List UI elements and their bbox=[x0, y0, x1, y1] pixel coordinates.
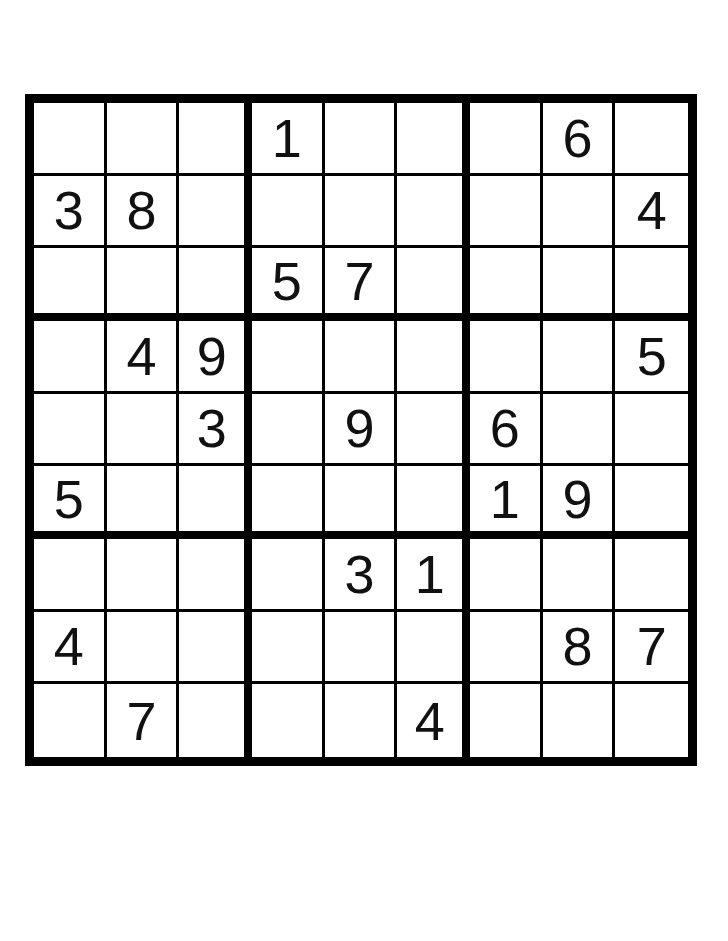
cell-r7c8[interactable] bbox=[543, 539, 616, 612]
cell-r6c2[interactable] bbox=[107, 466, 180, 539]
cell-r9c3[interactable] bbox=[179, 684, 252, 757]
page: 16384574953965193148774 bbox=[0, 0, 728, 941]
cell-r9c2[interactable]: 7 bbox=[107, 684, 180, 757]
cell-r1c7[interactable] bbox=[470, 103, 543, 176]
cell-r6c6[interactable] bbox=[397, 466, 470, 539]
cell-r7c6[interactable]: 1 bbox=[397, 539, 470, 612]
cell-r9c5[interactable] bbox=[325, 684, 398, 757]
cell-r5c2[interactable] bbox=[107, 394, 180, 467]
cell-r9c8[interactable] bbox=[543, 684, 616, 757]
cell-r3c4[interactable]: 5 bbox=[252, 248, 325, 321]
cell-r5c4[interactable] bbox=[252, 394, 325, 467]
cell-r8c5[interactable] bbox=[325, 612, 398, 685]
cell-r3c7[interactable] bbox=[470, 248, 543, 321]
cell-r1c6[interactable] bbox=[397, 103, 470, 176]
cell-r4c7[interactable] bbox=[470, 321, 543, 394]
cell-r9c4[interactable] bbox=[252, 684, 325, 757]
cell-r2c9[interactable]: 4 bbox=[615, 176, 688, 249]
cell-r6c4[interactable] bbox=[252, 466, 325, 539]
cell-r2c8[interactable] bbox=[543, 176, 616, 249]
cell-r8c2[interactable] bbox=[107, 612, 180, 685]
cell-r3c1[interactable] bbox=[34, 248, 107, 321]
cell-r2c4[interactable] bbox=[252, 176, 325, 249]
cell-r8c6[interactable] bbox=[397, 612, 470, 685]
cell-r7c9[interactable] bbox=[615, 539, 688, 612]
cell-r7c4[interactable] bbox=[252, 539, 325, 612]
cell-r8c3[interactable] bbox=[179, 612, 252, 685]
cell-r6c3[interactable] bbox=[179, 466, 252, 539]
cell-r2c2[interactable]: 8 bbox=[107, 176, 180, 249]
cell-r6c5[interactable] bbox=[325, 466, 398, 539]
cell-r1c9[interactable] bbox=[615, 103, 688, 176]
cell-r4c5[interactable] bbox=[325, 321, 398, 394]
cell-r4c1[interactable] bbox=[34, 321, 107, 394]
cell-r8c7[interactable] bbox=[470, 612, 543, 685]
cell-r8c1[interactable]: 4 bbox=[34, 612, 107, 685]
cell-r1c3[interactable] bbox=[179, 103, 252, 176]
cell-r8c4[interactable] bbox=[252, 612, 325, 685]
cell-r4c3[interactable]: 9 bbox=[179, 321, 252, 394]
cell-r5c6[interactable] bbox=[397, 394, 470, 467]
cell-r9c7[interactable] bbox=[470, 684, 543, 757]
cell-r5c7[interactable]: 6 bbox=[470, 394, 543, 467]
cell-r1c4[interactable]: 1 bbox=[252, 103, 325, 176]
cell-r4c9[interactable]: 5 bbox=[615, 321, 688, 394]
cell-r2c1[interactable]: 3 bbox=[34, 176, 107, 249]
cell-r4c8[interactable] bbox=[543, 321, 616, 394]
cell-r7c7[interactable] bbox=[470, 539, 543, 612]
cell-r4c2[interactable]: 4 bbox=[107, 321, 180, 394]
cell-r4c4[interactable] bbox=[252, 321, 325, 394]
cell-r1c1[interactable] bbox=[34, 103, 107, 176]
cell-r8c9[interactable]: 7 bbox=[615, 612, 688, 685]
cell-r9c9[interactable] bbox=[615, 684, 688, 757]
cell-r5c8[interactable] bbox=[543, 394, 616, 467]
cell-r7c5[interactable]: 3 bbox=[325, 539, 398, 612]
cell-r1c8[interactable]: 6 bbox=[543, 103, 616, 176]
cell-r5c9[interactable] bbox=[615, 394, 688, 467]
cell-r7c3[interactable] bbox=[179, 539, 252, 612]
cell-r8c8[interactable]: 8 bbox=[543, 612, 616, 685]
cell-r1c2[interactable] bbox=[107, 103, 180, 176]
cell-r6c9[interactable] bbox=[615, 466, 688, 539]
cell-r3c5[interactable]: 7 bbox=[325, 248, 398, 321]
cell-r3c8[interactable] bbox=[543, 248, 616, 321]
cell-r3c3[interactable] bbox=[179, 248, 252, 321]
cell-r2c6[interactable] bbox=[397, 176, 470, 249]
cell-r3c6[interactable] bbox=[397, 248, 470, 321]
cell-r4c6[interactable] bbox=[397, 321, 470, 394]
cell-r6c8[interactable]: 9 bbox=[543, 466, 616, 539]
cell-r5c3[interactable]: 3 bbox=[179, 394, 252, 467]
cell-r2c3[interactable] bbox=[179, 176, 252, 249]
cell-r9c1[interactable] bbox=[34, 684, 107, 757]
cell-r1c5[interactable] bbox=[325, 103, 398, 176]
cell-r7c2[interactable] bbox=[107, 539, 180, 612]
cell-r3c2[interactable] bbox=[107, 248, 180, 321]
cell-r6c7[interactable]: 1 bbox=[470, 466, 543, 539]
cell-r2c7[interactable] bbox=[470, 176, 543, 249]
cell-r2c5[interactable] bbox=[325, 176, 398, 249]
cell-r6c1[interactable]: 5 bbox=[34, 466, 107, 539]
sudoku-board: 16384574953965193148774 bbox=[25, 94, 697, 766]
cell-r5c1[interactable] bbox=[34, 394, 107, 467]
cell-r9c6[interactable]: 4 bbox=[397, 684, 470, 757]
cell-r7c1[interactable] bbox=[34, 539, 107, 612]
cell-r3c9[interactable] bbox=[615, 248, 688, 321]
cell-r5c5[interactable]: 9 bbox=[325, 394, 398, 467]
